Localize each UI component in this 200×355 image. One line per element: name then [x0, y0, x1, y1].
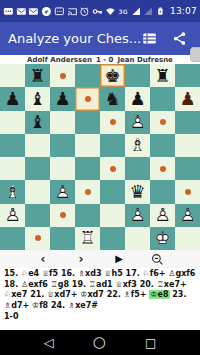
move-token[interactable]: ♖g8 [51, 280, 69, 289]
move-token[interactable]: ♕xf3 [115, 280, 136, 289]
move-token[interactable]: 18. [4, 280, 18, 289]
move-dot [60, 73, 66, 79]
move-dot [35, 235, 41, 241]
square-b4[interactable] [25, 157, 50, 180]
square-f1[interactable] [125, 227, 150, 250]
white-pawn: ♟♙ [150, 204, 175, 227]
square-b7[interactable]: ♝ [25, 87, 50, 110]
square-h4[interactable] [175, 157, 200, 180]
move-token[interactable]: ♘e4 [21, 269, 39, 278]
move-token[interactable]: 24. [51, 301, 65, 310]
square-f5[interactable]: ♝♗ [125, 134, 150, 157]
move-token[interactable]: 1-0 [4, 312, 18, 321]
vpn-key-icon [92, 6, 103, 17]
square-h5[interactable] [175, 134, 200, 157]
chat-notification-icon [3, 6, 14, 17]
square-f8[interactable] [125, 64, 150, 87]
zoom-out-analysis-button[interactable] [150, 252, 164, 266]
play-autoplay-button[interactable]: ▶ [112, 252, 126, 266]
square-e8[interactable]: ♚ [100, 64, 125, 87]
square-h8[interactable] [175, 64, 200, 87]
square-c5[interactable] [50, 134, 75, 157]
black-pawn: ♟ [125, 87, 150, 110]
white-rook: ♜♖ [75, 227, 100, 250]
move-token[interactable]: ♗f5+ [124, 290, 147, 299]
white-pawn: ♟♙ [125, 111, 150, 134]
square-c3[interactable]: ♟♙ [50, 180, 75, 203]
square-d4[interactable] [75, 157, 100, 180]
square-a6[interactable] [0, 111, 25, 134]
square-g4[interactable] [150, 157, 175, 180]
app-bar: Analyze your Ches... [0, 22, 200, 55]
square-b3[interactable] [25, 180, 50, 203]
black-queen: ♛ [125, 180, 150, 203]
square-a7[interactable]: ♟ [0, 87, 25, 110]
send-notification-icon [41, 6, 52, 17]
app-title: Analyze your Ches... [8, 31, 141, 46]
square-e3[interactable] [100, 180, 125, 203]
white-pawn: ♟♙ [0, 204, 25, 227]
move-token[interactable]: ♗d7+ [4, 301, 29, 310]
square-d1[interactable]: ♜♖ [75, 227, 100, 250]
move-token[interactable]: ♗xe7# [68, 301, 98, 310]
square-b1[interactable] [25, 227, 50, 250]
square-g6[interactable] [150, 111, 175, 134]
square-d6[interactable] [75, 111, 100, 134]
square-h3[interactable] [175, 180, 200, 203]
move-token[interactable]: 20. [140, 280, 154, 289]
android-navigation-bar: ◁ ○ □ [0, 330, 200, 355]
android-back-button[interactable]: ◁ [44, 336, 54, 349]
move-token[interactable]: ♘xe7 [4, 290, 27, 299]
black-pawn: ♟ [50, 87, 75, 110]
square-h6[interactable] [175, 111, 200, 134]
white-king: ♚♔ [150, 227, 175, 250]
move-list-view-icon[interactable] [141, 31, 158, 46]
move-token[interactable]: ♕f5 [42, 269, 58, 278]
move-token[interactable]: 23. [172, 290, 186, 299]
move-dot [85, 96, 91, 102]
square-c8[interactable] [50, 64, 75, 87]
square-a3[interactable]: ♝♗ [0, 180, 25, 203]
move-dot [60, 212, 66, 218]
square-a8[interactable] [0, 64, 25, 87]
white-player-name: Adolf Anderssen [27, 56, 92, 64]
mail-icon [16, 6, 27, 17]
network-type-label: 3G [119, 8, 128, 15]
square-g7[interactable] [150, 87, 175, 110]
black-bishop: ♝ [25, 111, 50, 134]
move-token[interactable]: ♕xd7+ [47, 290, 77, 299]
square-g1[interactable]: ♚♔ [150, 227, 175, 250]
move-dot [110, 119, 116, 125]
signal-strength-icon [131, 6, 142, 17]
black-knight: ♞ [100, 87, 125, 110]
move-list: 15. ♘e4 ♕f5 16. ♗xd3 ♕h5 17. ♘f6+ ♙gxf6 … [0, 268, 200, 330]
square-d2[interactable] [75, 204, 100, 227]
mail-icon-2 [28, 6, 39, 17]
move-token[interactable]: ♙exf6 [21, 280, 48, 289]
white-pawn: ♟♙ [175, 204, 200, 227]
square-c7[interactable]: ♟ [50, 87, 75, 110]
square-e7[interactable]: ♞ [100, 87, 125, 110]
move-token[interactable]: ♖xe7+ [157, 280, 187, 289]
move-token[interactable]: ♖ad1 [89, 280, 113, 289]
square-d5[interactable] [75, 134, 100, 157]
move-token[interactable]: 22. [107, 290, 121, 299]
previous-move-button[interactable]: ‹ [36, 252, 50, 266]
move-token[interactable]: 16. [61, 269, 75, 278]
square-b8[interactable]: ♜ [25, 64, 50, 87]
scroll-handle[interactable] [190, 47, 200, 62]
move-dot [110, 166, 116, 172]
app-screen: 3G 13:07 Analyze your Ches... Adolf Ande… [0, 0, 200, 355]
move-token[interactable]: 17. [126, 269, 140, 278]
move-dot [185, 189, 191, 195]
square-e6[interactable] [100, 111, 125, 134]
white-bishop: ♝♗ [125, 134, 150, 157]
square-f3[interactable]: ♛ [125, 180, 150, 203]
square-g3[interactable] [150, 180, 175, 203]
black-rook: ♜ [25, 64, 50, 87]
move-dot [85, 189, 91, 195]
square-e4[interactable] [100, 157, 125, 180]
chess-board: ♜♚♜♟♝♟♞♟♟♝♟♙♝♗♝♗♟♙♛♟♙♟♙♟♙♟♙♜♖♚♔ [0, 64, 200, 250]
square-d3[interactable] [75, 180, 100, 203]
game-result: 1 - 0 [96, 56, 114, 64]
square-f6[interactable]: ♟♙ [125, 111, 150, 134]
square-b6[interactable]: ♝ [25, 111, 50, 134]
black-pawn: ♟ [175, 87, 200, 110]
status-bar: 3G 13:07 [0, 0, 200, 22]
sms-icon [54, 6, 65, 17]
move-token[interactable]: 19. [72, 280, 86, 289]
square-b2[interactable] [25, 204, 50, 227]
wifi-icon [105, 6, 116, 17]
black-king: ♚ [100, 64, 125, 87]
square-g2[interactable]: ♟♙ [150, 204, 175, 227]
white-pawn: ♟♙ [125, 204, 150, 227]
square-d8[interactable] [75, 64, 100, 87]
square-a2[interactable]: ♟♙ [0, 204, 25, 227]
share-icon[interactable] [172, 31, 187, 46]
square-e1[interactable] [100, 227, 125, 250]
square-a1[interactable] [0, 227, 25, 250]
square-b5[interactable] [25, 134, 50, 157]
cast-icon [67, 6, 78, 17]
move-token[interactable]: ♔xd7 [80, 290, 104, 299]
black-player-name: Jean Dufresne [117, 56, 172, 64]
square-h1[interactable] [175, 227, 200, 250]
game-header: Adolf Anderssen 1 - 0 Jean Dufresne [0, 55, 200, 64]
android-home-button[interactable]: ○ [93, 335, 106, 350]
square-h2[interactable]: ♟♙ [175, 204, 200, 227]
square-c2[interactable] [50, 204, 75, 227]
move-token[interactable]: ♘f6+ [143, 269, 166, 278]
square-g5[interactable] [150, 134, 175, 157]
clock-time: 13:07 [170, 6, 197, 16]
move-token-current[interactable]: ♔e8 [149, 290, 169, 299]
android-recents-button[interactable]: □ [145, 337, 156, 349]
black-rook: ♜ [150, 64, 175, 87]
square-c6[interactable] [50, 111, 75, 134]
move-dot [160, 166, 166, 172]
move-token[interactable]: ♗xd3 [78, 269, 102, 278]
square-e2[interactable] [100, 204, 125, 227]
white-pawn: ♟♙ [50, 180, 75, 203]
square-d7[interactable] [75, 87, 100, 110]
square-a4[interactable] [0, 157, 25, 180]
white-bishop: ♝♗ [0, 180, 25, 203]
square-h7[interactable]: ♟ [175, 87, 200, 110]
square-f4[interactable] [125, 157, 150, 180]
square-g8[interactable]: ♜ [150, 64, 175, 87]
square-c1[interactable] [50, 227, 75, 250]
next-move-button[interactable]: › [74, 252, 88, 266]
black-bishop: ♝ [25, 87, 50, 110]
move-token[interactable]: 21. [30, 290, 44, 299]
square-a5[interactable] [0, 134, 25, 157]
move-token[interactable]: ♕h5 [104, 269, 122, 278]
square-c4[interactable] [50, 157, 75, 180]
square-f2[interactable]: ♟♙ [125, 204, 150, 227]
square-f7[interactable]: ♟ [125, 87, 150, 110]
move-navigation-bar: ‹ › ▶ [0, 250, 200, 268]
signal-strength-icon-2 [143, 6, 154, 17]
move-token[interactable]: ♔f8 [32, 301, 48, 310]
move-dot [160, 119, 166, 125]
battery-icon [156, 5, 165, 17]
move-token[interactable]: ♙gxf6 [168, 269, 195, 278]
move-token[interactable]: 15. [4, 269, 18, 278]
square-e5[interactable] [100, 134, 125, 157]
alarm-clock-icon [79, 6, 90, 17]
black-pawn: ♟ [0, 87, 25, 110]
